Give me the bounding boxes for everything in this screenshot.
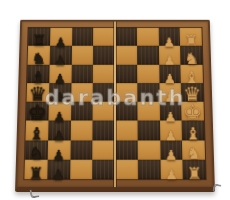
latch-hook-left [29,188,39,198]
square-r4-f4-dark [93,83,115,102]
square-r1-f3-dark [72,28,94,46]
square-r8-f4-dark [92,159,115,179]
square-r3-f7-dark: ♟ [159,64,181,83]
piece-white-rook: ♜ [186,166,202,181]
square-r5-f6-light [137,102,159,121]
piece-black-pawn: ♟ [52,169,65,181]
square-r5-f7-dark: ♟ [159,102,182,121]
square-r6-f3-light [70,121,93,140]
square-r3-f1-dark: ♝ [27,64,49,83]
square-r7-f2-light: ♟ [47,140,70,159]
piece-black-rook: ♜ [28,166,44,181]
square-r2-f6-dark [137,46,159,64]
square-r3-f4-light [93,64,115,83]
square-r1-f4-light [93,28,115,46]
square-r4-f8-dark: ♛ [181,83,204,102]
square-r2-f7-light: ♟ [158,46,180,64]
square-r7-f4-light [92,140,115,159]
square-r7-f1-dark: ♞ [25,140,48,159]
square-r3-f6-light [137,64,159,83]
square-r5-f1-dark: ♚ [26,102,49,121]
square-r6-f6-dark [137,121,160,140]
hinge-fold-line [114,22,116,187]
square-r7-f3-dark [70,140,93,159]
square-r7-f5-dark [115,140,138,159]
square-r6-f7-light: ♟ [160,121,183,140]
square-r1-f7-dark: ♟ [158,28,180,46]
square-r5-f8-light: ♚ [181,102,204,121]
square-r7-f7-dark: ♟ [160,140,183,159]
square-r8-f5-light [115,159,138,179]
square-r3-f8-light: ♝ [181,64,203,83]
board-frame: ♜♟♟♜♞♟♟♞♝♟♟♝♛♟♟♛♚♟♟♚♝♟♟♝♞♟♟♞♜♟♟♜ [15,20,215,192]
square-r6-f1-light: ♝ [25,121,48,140]
square-r2-f3-light [71,46,93,64]
square-r1-f5-dark [115,28,137,46]
square-r6-f5-light [115,121,137,140]
square-r8-f8-dark: ♜ [183,159,206,179]
square-r1-f8-light: ♜ [180,28,202,46]
square-r4-f1-light: ♛ [27,83,50,102]
square-r2-f2-dark: ♟ [49,46,71,64]
square-r8-f6-dark [138,159,161,179]
square-r4-f2-dark: ♟ [49,83,71,102]
square-r2-f8-dark: ♞ [180,46,202,64]
square-r6-f2-dark: ♟ [48,121,71,140]
latch-hook-right [212,183,221,192]
square-r5-f4-light [93,102,115,121]
square-r5-f3-dark [70,102,92,121]
square-r3-f5-dark [115,64,137,83]
square-r8-f1-light: ♜ [24,159,47,179]
square-r8-f2-dark: ♟ [47,159,70,179]
board-perspective-wrapper: ♜♟♟♜♞♟♟♞♝♟♟♝♛♟♟♛♚♟♟♚♝♟♟♝♞♟♟♞♜♟♟♜ [15,20,215,192]
square-r8-f7-light: ♟ [160,159,183,179]
square-r2-f5-light [115,46,137,64]
square-r4-f7-light: ♟ [159,83,181,102]
square-r6-f4-dark [93,121,115,140]
square-r3-f2-light: ♟ [49,64,71,83]
square-r1-f6-light [137,28,159,46]
square-r3-f3-dark [71,64,93,83]
square-r5-f2-light: ♟ [48,102,71,121]
square-r2-f4-dark [93,46,115,64]
square-r6-f8-dark: ♝ [182,121,205,140]
square-r4-f5-light [115,83,137,102]
square-r4-f3-light [71,83,93,102]
square-r7-f6-light [137,140,160,159]
square-r2-f1-light: ♞ [28,46,50,64]
square-r1-f2-light: ♟ [50,28,72,46]
piece-white-pawn: ♟ [165,169,178,181]
square-r5-f5-dark [115,102,137,121]
square-r7-f8-light: ♞ [182,140,205,159]
square-r1-f1-dark: ♜ [28,28,50,46]
square-r8-f3-light [70,159,93,179]
square-r4-f6-dark [137,83,159,102]
